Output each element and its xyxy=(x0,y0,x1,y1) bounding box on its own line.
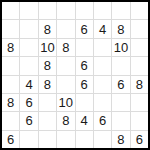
empty-cell-r6c8[interactable] xyxy=(131,94,148,111)
empty-cell-r6c5[interactable] xyxy=(76,94,93,111)
empty-cell-r4c1[interactable] xyxy=(2,57,19,74)
empty-cell-r7c8[interactable] xyxy=(131,112,148,129)
empty-cell-r8c6[interactable] xyxy=(94,131,111,148)
clue-cell-r6c1: 8 xyxy=(2,94,19,111)
clue-cell-r2c5: 6 xyxy=(76,20,93,37)
empty-cell-r2c4[interactable] xyxy=(57,20,74,37)
clue-cell-r3c7: 10 xyxy=(112,39,129,56)
empty-cell-r2c2[interactable] xyxy=(20,20,37,37)
empty-cell-r4c2[interactable] xyxy=(20,57,37,74)
clue-cell-r6c4: 10 xyxy=(57,94,74,111)
clue-cell-r5c5: 6 xyxy=(76,76,93,93)
empty-cell-r1c5[interactable] xyxy=(76,2,93,19)
empty-cell-r4c7[interactable] xyxy=(112,57,129,74)
empty-cell-r8c5[interactable] xyxy=(76,131,93,148)
empty-cell-r3c2[interactable] xyxy=(20,39,37,56)
empty-cell-r8c2[interactable] xyxy=(20,131,37,148)
clue-cell-r2c3: 8 xyxy=(39,20,56,37)
empty-cell-r1c7[interactable] xyxy=(112,2,129,19)
empty-cell-r3c5[interactable] xyxy=(76,39,93,56)
empty-cell-r5c6[interactable] xyxy=(94,76,111,93)
clue-cell-r5c7: 6 xyxy=(112,76,129,93)
puzzle-board: 8648810810864866886106846686 xyxy=(0,0,150,150)
clue-cell-r3c3: 10 xyxy=(39,39,56,56)
empty-cell-r1c3[interactable] xyxy=(39,2,56,19)
empty-cell-r1c4[interactable] xyxy=(57,2,74,19)
empty-cell-r2c1[interactable] xyxy=(2,20,19,37)
clue-cell-r8c7: 8 xyxy=(112,131,129,148)
clue-cell-r4c3: 8 xyxy=(39,57,56,74)
empty-cell-r1c6[interactable] xyxy=(94,2,111,19)
empty-cell-r6c7[interactable] xyxy=(112,94,129,111)
empty-cell-r6c6[interactable] xyxy=(94,94,111,111)
clue-cell-r5c8: 8 xyxy=(131,76,148,93)
empty-cell-r3c8[interactable] xyxy=(131,39,148,56)
clue-cell-r3c1: 8 xyxy=(2,39,19,56)
clue-cell-r5c3: 8 xyxy=(39,76,56,93)
empty-cell-r1c2[interactable] xyxy=(20,2,37,19)
clue-cell-r6c2: 6 xyxy=(20,94,37,111)
empty-cell-r1c1[interactable] xyxy=(2,2,19,19)
clue-cell-r8c1: 6 xyxy=(2,131,19,148)
empty-cell-r3c6[interactable] xyxy=(94,39,111,56)
empty-cell-r7c1[interactable] xyxy=(2,112,19,129)
empty-cell-r4c6[interactable] xyxy=(94,57,111,74)
clue-cell-r4c5: 6 xyxy=(76,57,93,74)
empty-cell-r7c3[interactable] xyxy=(39,112,56,129)
empty-cell-r5c4[interactable] xyxy=(57,76,74,93)
empty-cell-r1c8[interactable] xyxy=(131,2,148,19)
empty-cell-r5c1[interactable] xyxy=(2,76,19,93)
empty-cell-r6c3[interactable] xyxy=(39,94,56,111)
clue-cell-r7c5: 4 xyxy=(76,112,93,129)
empty-cell-r8c4[interactable] xyxy=(57,131,74,148)
empty-cell-r2c8[interactable] xyxy=(131,20,148,37)
empty-cell-r8c3[interactable] xyxy=(39,131,56,148)
clue-cell-r7c4: 8 xyxy=(57,112,74,129)
clue-cell-r8c8: 6 xyxy=(131,131,148,148)
clue-cell-r3c4: 8 xyxy=(57,39,74,56)
clue-cell-r5c2: 4 xyxy=(20,76,37,93)
clue-cell-r2c7: 8 xyxy=(112,20,129,37)
empty-cell-r4c4[interactable] xyxy=(57,57,74,74)
clue-cell-r7c6: 6 xyxy=(94,112,111,129)
clue-cell-r7c2: 6 xyxy=(20,112,37,129)
empty-cell-r7c7[interactable] xyxy=(112,112,129,129)
clue-cell-r2c6: 4 xyxy=(94,20,111,37)
empty-cell-r4c8[interactable] xyxy=(131,57,148,74)
